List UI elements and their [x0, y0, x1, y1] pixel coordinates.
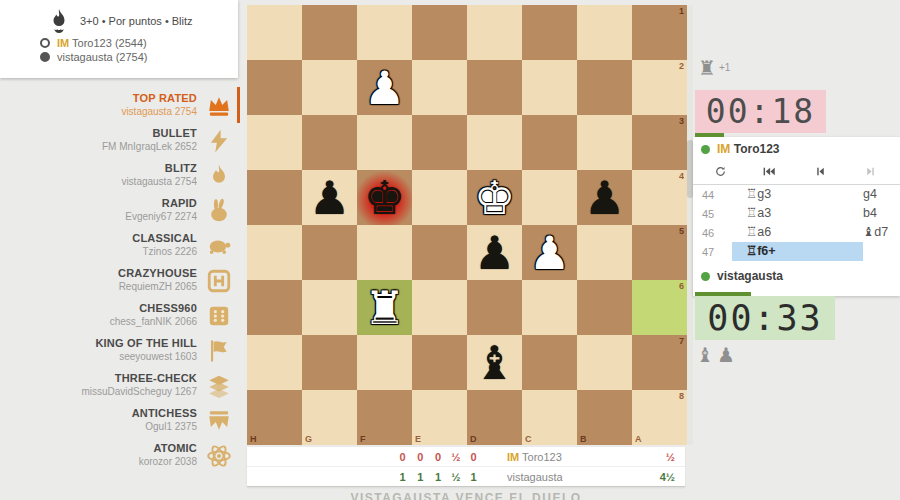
category-label: ANTICHESS [132, 407, 197, 421]
square-b5 [577, 225, 632, 280]
square-c6 [522, 280, 577, 335]
square-b8: B [577, 390, 632, 445]
game-result[interactable]: 1 [413, 471, 428, 483]
game-result[interactable]: 1 [395, 471, 410, 483]
sidebar-item-top-rated[interactable]: TOP RATEDvistagausta 2754 [0, 90, 240, 121]
player-bottom-name: vistagausta [717, 269, 783, 283]
square-d2 [467, 60, 522, 115]
move-row: 47♖f6+ [693, 242, 900, 261]
square-d5: ♟ [467, 225, 522, 280]
file-label: B [580, 434, 587, 444]
rank-label: 5 [679, 226, 684, 236]
square-h5 [247, 225, 302, 280]
score-player-name[interactable]: vistagausta [481, 471, 637, 483]
piece-black-bishop: ♝ [467, 335, 522, 390]
cycle-icon[interactable] [695, 162, 745, 180]
game-result[interactable]: 0 [466, 451, 481, 463]
category-leader: korozor 2038 [139, 456, 197, 469]
move-list: 44♖g3g445♖a3b446♖a6♝d747♖f6+ [693, 185, 900, 261]
square-g5 [302, 225, 357, 280]
square-a3: 3 [632, 115, 687, 170]
player-top-name: Toro123 [734, 142, 780, 156]
chess-board: 1♟23♟♚♚♟4♟♟5♜6♝7HGFEDCB8A [247, 5, 687, 445]
captured-material-top: ♜+1 [698, 58, 730, 78]
category-leader: chess_fanNIK 2066 [110, 316, 197, 329]
white-player-row[interactable]: IM Toro123 (2544) [0, 36, 238, 50]
white-name: Toro123 (2544) [72, 37, 147, 49]
file-label: G [305, 434, 312, 444]
black-move[interactable] [863, 242, 900, 261]
flag-icon [206, 338, 232, 364]
move-number: 47 [693, 246, 732, 258]
square-g4: ♟ [302, 170, 357, 225]
square-h3 [247, 115, 302, 170]
move-row: 45♖a3b4 [693, 204, 900, 223]
square-e7 [412, 335, 467, 390]
score-row-toro123: 000½0IM Toro123½ [247, 447, 685, 467]
black-move[interactable]: b4 [863, 204, 900, 223]
piece-black-pawn: ♟ [467, 225, 522, 280]
square-d3 [467, 115, 522, 170]
game-result[interactable]: 0 [395, 451, 410, 463]
square-f6: ♜ [357, 280, 412, 335]
square-a7: 7 [632, 335, 687, 390]
time-progress-bar-bottom [695, 292, 751, 296]
rank-label: 6 [679, 281, 684, 291]
square-h4 [247, 170, 302, 225]
move-number: 46 [693, 227, 732, 239]
square-g2 [302, 60, 357, 115]
game-meta: 3+0 • Por puntos • Blitz [80, 15, 193, 27]
move-list-card: IM Toro123 44♖g3g445♖a3b446♖a6♝d747♖f6+ … [693, 137, 900, 296]
square-f5 [357, 225, 412, 280]
square-h1 [247, 5, 302, 60]
move-number: 45 [693, 208, 732, 220]
game-header-card: 3+0 • Por puntos • Blitz IM Toro123 (254… [0, 0, 238, 78]
square-f7 [357, 335, 412, 390]
sidebar-item-crazyhouse[interactable]: CRAZYHOUSERequiemZH 2065 [0, 265, 240, 296]
category-label: CLASSICAL [132, 232, 197, 246]
square-c4 [522, 170, 577, 225]
sidebar-item-chess960[interactable]: CHESS960chess_fanNIK 2066 [0, 300, 240, 331]
sidebar-item-classical[interactable]: CLASSICALTzinos 2226 [0, 230, 240, 261]
blitz-flame-icon [48, 8, 70, 34]
square-e5 [412, 225, 467, 280]
score-total: 4½ [660, 471, 685, 483]
game-result[interactable]: 0 [431, 451, 446, 463]
square-d7: ♝ [467, 335, 522, 390]
material-advantage: +1 [719, 62, 730, 73]
category-label: BLITZ [121, 162, 197, 176]
category-leader: Ogul1 2375 [132, 421, 197, 434]
square-g6 [302, 280, 357, 335]
dice-icon [206, 303, 232, 329]
anticrown-icon [206, 408, 232, 434]
square-g1 [302, 5, 357, 60]
black-name: vistagausta (2754) [57, 51, 148, 63]
match-result-caption: VISTAGAUSTA VENCE EL DUELO [247, 491, 685, 500]
file-label: H [250, 434, 257, 444]
square-h2 [247, 60, 302, 115]
square-g7 [302, 335, 357, 390]
sidebar-item-antichess[interactable]: ANTICHESSOgul1 2375 [0, 405, 240, 436]
move-row: 46♖a6♝d7 [693, 223, 900, 242]
game-result[interactable]: 1 [466, 471, 481, 483]
white-move[interactable]: ♖a3 [732, 204, 863, 223]
move-row: 44♖g3g4 [693, 185, 900, 204]
category-label: TOP RATED [121, 92, 197, 106]
square-a1: 1 [632, 5, 687, 60]
sidebar-item-atomic[interactable]: ATOMICkorozor 2038 [0, 440, 240, 471]
game-result[interactable]: 1 [431, 471, 446, 483]
game-result[interactable]: 0 [413, 451, 428, 463]
player-top-row[interactable]: IM Toro123 [693, 137, 900, 159]
square-f1 [357, 5, 412, 60]
piece-black-king: ♚ [357, 170, 412, 225]
square-c8: C [522, 390, 577, 445]
sidebar-item-three-check[interactable]: THREE-CHECKmissuDavidScheguy 1267 [0, 370, 240, 401]
white-color-icon [40, 38, 50, 48]
rank-label: 2 [679, 61, 684, 71]
rank-label: 3 [679, 116, 684, 126]
square-f2: ♟ [357, 60, 412, 115]
black-move[interactable]: ♝d7 [863, 223, 900, 242]
match-score-table: 000½0IM Toro123½111½1vistagausta4½ [247, 447, 685, 487]
square-c5: ♟ [522, 225, 577, 280]
square-e1 [412, 5, 467, 60]
piece-white-pawn: ♟ [522, 225, 577, 280]
layers-icon [206, 373, 232, 399]
category-label: KING OF THE HILL [95, 337, 197, 351]
sidebar-item-king-of-the-hill[interactable]: KING OF THE HILLseeyouwest 1603 [0, 335, 240, 366]
square-h6 [247, 280, 302, 335]
square-d8: D [467, 390, 522, 445]
square-b2 [577, 60, 632, 115]
category-label: RAPID [125, 197, 197, 211]
square-e8: E [412, 390, 467, 445]
atom-icon [206, 443, 232, 469]
square-e3 [412, 115, 467, 170]
rabbit-icon [206, 198, 232, 224]
skip-to-start-icon[interactable] [745, 162, 795, 180]
sidebar-item-blitz[interactable]: BLITZvistagausta 2754 [0, 160, 240, 191]
file-label: E [415, 434, 421, 444]
category-label: THREE-CHECK [81, 372, 197, 386]
square-a8: 8A [632, 390, 687, 445]
move-nav-bar [693, 159, 900, 185]
square-e6 [412, 280, 467, 335]
game-result[interactable]: ½ [448, 451, 463, 463]
sidebar-item-rapid[interactable]: RAPIDEvgeniy67 2274 [0, 195, 240, 226]
square-c7 [522, 335, 577, 390]
square-h7 [247, 335, 302, 390]
piece-white-king: ♚ [467, 170, 522, 225]
flame-icon [206, 163, 232, 189]
square-b3 [577, 115, 632, 170]
square-b1 [577, 5, 632, 60]
clock-bottom: 00:33 [695, 296, 835, 340]
step-forward-icon[interactable] [846, 162, 896, 180]
category-label: ATOMIC [139, 442, 197, 456]
h-badge-icon [206, 268, 232, 294]
square-d6 [467, 280, 522, 335]
white-move[interactable]: ♖g3 [732, 185, 863, 204]
square-a5: 5 [632, 225, 687, 280]
black-move[interactable]: g4 [863, 185, 900, 204]
square-g3 [302, 115, 357, 170]
square-f4: ♚ [357, 170, 412, 225]
square-c1 [522, 5, 577, 60]
move-number: 44 [693, 189, 732, 201]
sidebar-item-bullet[interactable]: BULLETFM MnIgraqLek 2652 [0, 125, 240, 156]
square-d4: ♚ [467, 170, 522, 225]
square-h8: H [247, 390, 302, 445]
file-label: C [525, 434, 532, 444]
category-leader: Tzinos 2226 [132, 246, 197, 259]
square-a6: 6 [632, 280, 687, 335]
score-total: ½ [666, 451, 685, 463]
rank-label: 4 [679, 171, 684, 181]
file-label: A [635, 434, 642, 444]
player-bottom-row[interactable]: vistagausta [693, 261, 900, 286]
white-move[interactable]: ♖f6+ [732, 242, 863, 261]
crown-icon [206, 93, 232, 119]
square-f3 [357, 115, 412, 170]
file-label: D [470, 434, 477, 444]
turtle-icon [206, 233, 232, 259]
online-dot-icon [701, 272, 710, 281]
square-g8: G [302, 390, 357, 445]
square-b6 [577, 280, 632, 335]
square-a2: 2 [632, 60, 687, 115]
square-e4 [412, 170, 467, 225]
clock-top: 00:18 [695, 90, 826, 133]
piece-white-rook: ♜ [357, 280, 412, 335]
game-result[interactable]: ½ [448, 471, 463, 483]
square-f8: F [357, 390, 412, 445]
leaderboard-sidebar: TOP RATEDvistagausta 2754BULLETFM MnIgra… [0, 90, 240, 475]
rank-label: 8 [679, 391, 684, 401]
captured-material-bottom: ♝♟ [696, 345, 738, 365]
bolt-icon [206, 128, 232, 154]
piece-black-pawn: ♟ [577, 170, 632, 225]
square-a4: 4 [632, 170, 687, 225]
black-player-row[interactable]: vistagausta (2754) [0, 50, 238, 64]
category-label: BULLET [102, 127, 197, 141]
rank-label: 1 [679, 6, 684, 16]
white-title: IM [57, 37, 69, 49]
category-label: CHESS960 [110, 302, 197, 316]
file-label: F [360, 434, 366, 444]
square-e2 [412, 60, 467, 115]
rank-label: 7 [679, 336, 684, 346]
score-player-name[interactable]: IM Toro123 [481, 451, 637, 463]
time-progress-bar-top [695, 133, 724, 137]
piece-black-pawn: ♟ [302, 170, 357, 225]
category-leader: FM MnIgraqLek 2652 [102, 141, 197, 154]
category-leader: vistagausta 2754 [121, 176, 197, 189]
score-row-vistagausta: 111½1vistagausta4½ [247, 467, 685, 486]
square-c3 [522, 115, 577, 170]
piece-white-pawn: ♟ [357, 60, 412, 115]
square-d1 [467, 5, 522, 60]
square-b7 [577, 335, 632, 390]
player-top-title: IM [717, 142, 730, 156]
category-leader: missuDavidScheguy 1267 [81, 386, 197, 399]
category-label: CRAZYHOUSE [118, 267, 197, 281]
step-back-icon[interactable] [796, 162, 846, 180]
square-b4: ♟ [577, 170, 632, 225]
square-c2 [522, 60, 577, 115]
category-leader: Evgeniy67 2274 [125, 211, 197, 224]
category-leader: RequiemZH 2065 [118, 281, 197, 294]
online-dot-icon [701, 145, 710, 154]
category-leader: vistagausta 2754 [121, 106, 197, 119]
black-color-icon [40, 52, 50, 62]
category-leader: seeyouwest 1603 [95, 351, 197, 364]
white-move[interactable]: ♖a6 [732, 223, 863, 242]
